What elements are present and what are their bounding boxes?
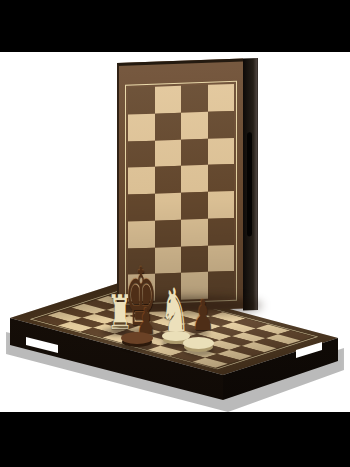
dark-checker-disc bbox=[121, 332, 153, 344]
black-pawn-right: ♟ bbox=[192, 295, 215, 337]
letterbox-top bbox=[0, 0, 350, 52]
letterbox-bottom bbox=[0, 412, 350, 467]
light-checker-disc-2 bbox=[183, 337, 214, 349]
pieces-layer: ♜♚♟♞♟ bbox=[0, 0, 350, 467]
product-photo-stage: ♜♚♟♞♟ bbox=[0, 0, 350, 467]
